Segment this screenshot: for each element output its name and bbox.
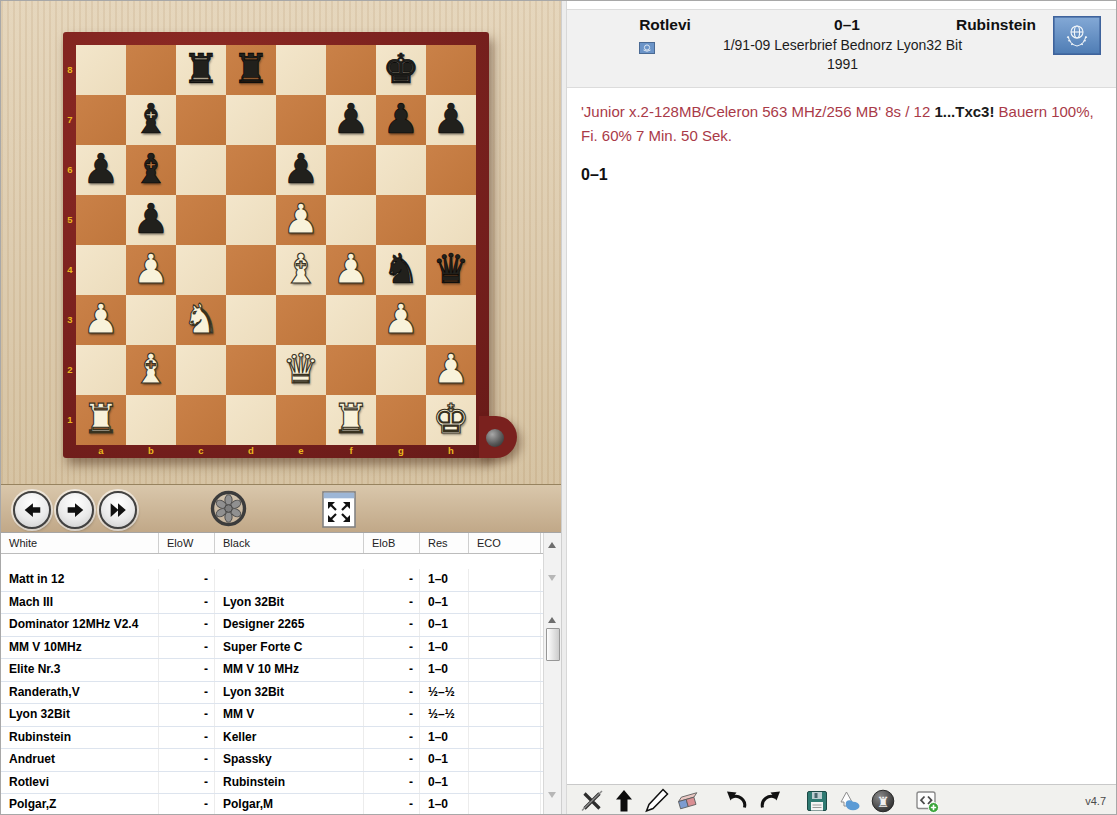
fullscreen-button[interactable] (322, 491, 356, 532)
square-c5[interactable] (176, 195, 226, 245)
scroll-thumb[interactable] (546, 628, 560, 661)
cell-eco (469, 704, 541, 726)
cell-elow: - (159, 637, 215, 659)
cell-eco (469, 727, 541, 749)
square-a3[interactable]: ♟ (76, 295, 126, 345)
cell-white: Elite Nr.3 (1, 659, 159, 681)
notation-text: 'Junior x.2-128MB/Celeron 563 MHz/256 MB… (567, 89, 1117, 784)
table-row[interactable]: MM V 10MHz-Super Forte C-1–0 (1, 637, 544, 660)
square-d2[interactable] (226, 345, 276, 395)
cell-black: Spassky (215, 749, 364, 771)
scroll-up-icon[interactable] (548, 542, 556, 548)
rank-label-3: 3 (65, 295, 75, 345)
square-d3[interactable] (226, 295, 276, 345)
games-list-body: WhiteEloWBlackEloBResECOMatt in 12--1–0M… (1, 533, 544, 815)
piece-black-rook[interactable]: ♜ (176, 45, 226, 95)
forward-arrow-icon (64, 499, 86, 521)
cell-elob: - (364, 794, 420, 815)
cell-black: Polgar,M (215, 794, 364, 815)
save-icon[interactable] (804, 788, 830, 814)
scroll-bottom-icon[interactable] (548, 792, 556, 798)
table-row[interactable]: Polgar,Z-Polgar,M-1–0 (1, 794, 544, 815)
square-f8[interactable] (326, 45, 376, 95)
embed-publish-icon[interactable] (914, 788, 940, 814)
table-row[interactable]: Dominator 12MHz V2.4-Designer 2265-0–1 (1, 614, 544, 637)
cell-eco (469, 682, 541, 704)
white-player-flag-icon (639, 40, 655, 58)
cell-elow: - (159, 749, 215, 771)
square-h1[interactable]: ♚ (426, 395, 476, 445)
fast-forward-icon (107, 499, 129, 521)
cell-res: 0–1 (420, 592, 469, 614)
cell-eco (469, 772, 541, 794)
column-header-eco[interactable]: ECO (469, 533, 541, 553)
square-h4[interactable]: ♛ (426, 245, 476, 295)
table-row[interactable]: Andruet-Spassky-0–1 (1, 749, 544, 772)
square-a4[interactable] (76, 245, 126, 295)
table-row[interactable]: Rubinstein-Keller-1–0 (1, 727, 544, 750)
piece-white-rook[interactable]: ♜ (326, 395, 376, 445)
rank-label-2: 2 (65, 345, 75, 395)
piece-white-knight[interactable]: ♞ (176, 295, 226, 345)
version-label: v4.7 (1085, 795, 1117, 807)
chess-app-window: ♜♜♚♝♟♟♟♟♝♟♟♟♟♝♟♞♛♟♞♟♝♛♟♜♜♚ 87654321 abcd… (0, 0, 1117, 815)
cell-res: 1–0 (420, 569, 469, 591)
file-label-h: h (426, 444, 476, 457)
square-a1[interactable]: ♜ (76, 395, 126, 445)
games-list-header: WhiteEloWBlackEloBResECO (1, 533, 544, 554)
cell-elow: - (159, 614, 215, 636)
piece-white-pawn[interactable]: ♟ (76, 295, 126, 345)
square-e2[interactable]: ♛ (276, 345, 326, 395)
piece-black-bishop[interactable]: ♝ (126, 95, 176, 145)
cell-eco (469, 749, 541, 771)
cell-white: Dominator 12MHz V2.4 (1, 614, 159, 636)
promote-variation-icon[interactable] (611, 788, 637, 814)
file-label-f: f (326, 444, 376, 457)
game-header-row1: Rotlevi 0–1 Rubinstein (567, 10, 1117, 34)
engine-button[interactable] (210, 490, 247, 531)
piece-black-pawn[interactable]: ♟ (376, 95, 426, 145)
piece-black-pawn[interactable]: ♟ (76, 145, 126, 195)
square-h3[interactable] (426, 295, 476, 345)
square-d4[interactable] (226, 245, 276, 295)
svg-text:♜: ♜ (877, 793, 890, 809)
cell-res: 1–0 (420, 659, 469, 681)
square-d7[interactable] (226, 95, 276, 145)
annotate-pen-icon[interactable] (643, 788, 669, 814)
table-row[interactable]: Rotlevi-Rubinstein-0–1 (1, 772, 544, 795)
cell-res: ½–½ (420, 682, 469, 704)
rank-label-6: 6 (65, 145, 75, 195)
notation-pane: Rotlevi 0–1 Rubinstein 1/91-09 Leserbrie… (567, 1, 1117, 815)
cell-black: Rubinstein (215, 772, 364, 794)
square-f1[interactable]: ♜ (326, 395, 376, 445)
square-b1[interactable] (126, 395, 176, 445)
cell-black: Lyon 32Bit (215, 682, 364, 704)
square-a8[interactable] (76, 45, 126, 95)
file-label-b: b (126, 444, 176, 457)
piece-white-bishop[interactable]: ♝ (126, 345, 176, 395)
cell-res: 0–1 (420, 772, 469, 794)
piece-black-queen[interactable]: ♛ (426, 245, 476, 295)
file-label-a: a (76, 444, 126, 457)
piece-black-pawn[interactable]: ♟ (426, 95, 476, 145)
cell-res: 0–1 (420, 749, 469, 771)
cell-elow: - (159, 727, 215, 749)
piece-white-pawn[interactable]: ♟ (126, 245, 176, 295)
square-e1[interactable] (276, 395, 326, 445)
table-row[interactable]: Lyon 32Bit-MM V-½–½ (1, 704, 544, 727)
cell-eco (469, 569, 541, 591)
table-row[interactable]: Randerath,V-Lyon 32Bit-½–½ (1, 682, 544, 705)
engine-fan-icon (210, 490, 247, 527)
year-line: 1991 (567, 56, 1117, 72)
square-g1[interactable] (376, 395, 426, 445)
rank-label-1: 1 (65, 395, 75, 445)
file-label-c: c (176, 444, 226, 457)
square-h7[interactable]: ♟ (426, 95, 476, 145)
cell-white: Randerath,V (1, 682, 159, 704)
cell-white: MM V 10MHz (1, 637, 159, 659)
cell-res: 1–0 (420, 727, 469, 749)
board-knob (486, 429, 504, 447)
file-label-g: g (376, 444, 426, 457)
piece-white-rook[interactable]: ♜ (76, 395, 126, 445)
square-g5[interactable] (376, 195, 426, 245)
cell-black: Lyon 32Bit (215, 592, 364, 614)
square-b5[interactable]: ♟ (126, 195, 176, 245)
square-d5[interactable] (226, 195, 276, 245)
cell-res: 1–0 (420, 637, 469, 659)
cell-elow: - (159, 794, 215, 815)
file-label-e: e (276, 444, 326, 457)
square-f7[interactable]: ♟ (326, 95, 376, 145)
square-f4[interactable]: ♟ (326, 245, 376, 295)
square-b6[interactable]: ♝ (126, 145, 176, 195)
fast-forward-button[interactable] (99, 491, 137, 529)
cell-black (215, 569, 364, 591)
square-c1[interactable] (176, 395, 226, 445)
square-e8[interactable] (276, 45, 326, 95)
cell-elob: - (364, 772, 420, 794)
eraser-icon[interactable] (675, 788, 701, 814)
column-header-black[interactable]: Black (215, 533, 364, 553)
square-b7[interactable]: ♝ (126, 95, 176, 145)
square-a6[interactable]: ♟ (76, 145, 126, 195)
annotation-toolbar: ♜ v4.7 (567, 784, 1117, 815)
piece-black-king[interactable]: ♚ (376, 45, 426, 95)
piece-white-pawn[interactable]: ♟ (376, 295, 426, 345)
column-header-res[interactable]: Res (420, 533, 469, 553)
games-list: WhiteEloWBlackEloBResECOMatt in 12--1–0M… (1, 532, 561, 815)
square-g4[interactable]: ♞ (376, 245, 426, 295)
piece-white-pawn[interactable]: ♟ (326, 245, 376, 295)
scroll-down-icon[interactable] (548, 575, 556, 581)
board-nav-bar (1, 484, 561, 533)
square-b4[interactable]: ♟ (126, 245, 176, 295)
square-h5[interactable] (426, 195, 476, 245)
rank-label-5: 5 (65, 195, 75, 245)
cell-elow: - (159, 772, 215, 794)
column-header-elob[interactable]: EloB (364, 533, 420, 553)
scroll-up2-icon[interactable] (548, 617, 556, 623)
games-list-spacer (1, 554, 544, 569)
cell-res: ½–½ (420, 704, 469, 726)
square-g2[interactable] (376, 345, 426, 395)
cell-elob: - (364, 659, 420, 681)
square-g7[interactable]: ♟ (376, 95, 426, 145)
square-c7[interactable] (176, 95, 226, 145)
piece-white-queen[interactable]: ♛ (276, 345, 326, 395)
chess-board: ♜♜♚♝♟♟♟♟♝♟♟♟♟♝♟♞♛♟♞♟♝♛♟♜♜♚ 87654321 abcd… (63, 32, 489, 458)
cell-res: 1–0 (420, 794, 469, 815)
square-d6[interactable] (226, 145, 276, 195)
cell-elob: - (364, 682, 420, 704)
square-e6[interactable]: ♟ (276, 145, 326, 195)
square-f3[interactable] (326, 295, 376, 345)
square-d1[interactable] (226, 395, 276, 445)
square-g6[interactable] (376, 145, 426, 195)
square-h8[interactable] (426, 45, 476, 95)
cell-eco (469, 659, 541, 681)
square-c6[interactable] (176, 145, 226, 195)
redo-icon[interactable] (757, 788, 783, 814)
black-player-name: Rubinstein (931, 16, 1061, 34)
piece-white-pawn[interactable]: ♟ (276, 195, 326, 245)
square-a7[interactable] (76, 95, 126, 145)
cell-elow: - (159, 682, 215, 704)
square-e7[interactable] (276, 95, 326, 145)
game-result: 0–1 (763, 16, 931, 34)
engine-database-icon[interactable]: ♜ (870, 788, 896, 814)
cell-elob: - (364, 749, 420, 771)
square-g8[interactable]: ♚ (376, 45, 426, 95)
cell-elob: - (364, 704, 420, 726)
square-e4[interactable]: ♝ (276, 245, 326, 295)
back-button[interactable] (13, 491, 51, 529)
piece-white-bishop[interactable]: ♝ (276, 245, 326, 295)
engine-comment: 'Junior x.2-128MB/Celeron 563 MHz/256 MB… (581, 103, 934, 120)
cell-black: Designer 2265 (215, 614, 364, 636)
cell-white: Rotlevi (1, 772, 159, 794)
square-f6[interactable] (326, 145, 376, 195)
cell-res: 0–1 (420, 614, 469, 636)
rank-label-7: 7 (65, 95, 75, 145)
square-c4[interactable] (176, 245, 226, 295)
cell-black: MM V (215, 704, 364, 726)
square-h2[interactable]: ♟ (426, 345, 476, 395)
cell-eco (469, 592, 541, 614)
forward-button[interactable] (56, 491, 94, 529)
square-h6[interactable] (426, 145, 476, 195)
cell-elow: - (159, 659, 215, 681)
square-f2[interactable] (326, 345, 376, 395)
fullscreen-icon (322, 491, 356, 528)
board-area: ♜♜♚♝♟♟♟♟♝♟♟♟♟♝♟♞♛♟♞♟♝♛♟♜♜♚ 87654321 abcd… (1, 1, 561, 484)
piece-black-pawn[interactable]: ♟ (276, 145, 326, 195)
cell-elow: - (159, 704, 215, 726)
column-header-white[interactable]: White (1, 533, 159, 553)
cell-white: Matt in 12 (1, 569, 159, 591)
cell-white: Rubinstein (1, 727, 159, 749)
cloud-save-icon[interactable] (836, 788, 862, 814)
cell-black: MM V 10 MHz (215, 659, 364, 681)
games-list-scrollbar (543, 533, 561, 815)
square-e3[interactable] (276, 295, 326, 345)
strike-moves-icon[interactable] (579, 788, 605, 814)
cell-black: Keller (215, 727, 364, 749)
board-squares: ♜♜♚♝♟♟♟♟♝♟♟♟♟♝♟♞♛♟♞♟♝♛♟♜♜♚ (76, 45, 476, 445)
cell-elob: - (364, 637, 420, 659)
back-arrow-icon (21, 499, 43, 521)
piece-white-pawn[interactable]: ♟ (426, 345, 476, 395)
square-b3[interactable] (126, 295, 176, 345)
square-a2[interactable] (76, 345, 126, 395)
square-d8[interactable]: ♜ (226, 45, 276, 95)
annotation-paragraph: 'Junior x.2-128MB/Celeron 563 MHz/256 MB… (581, 100, 1104, 148)
piece-black-pawn[interactable]: ♟ (126, 195, 176, 245)
white-player-name: Rotlevi (567, 16, 763, 34)
cell-elow: - (159, 569, 215, 591)
piece-white-king[interactable]: ♚ (426, 395, 476, 445)
cell-elob: - (364, 727, 420, 749)
cell-white: Mach III (1, 592, 159, 614)
square-b8[interactable] (126, 45, 176, 95)
cell-eco (469, 614, 541, 636)
piece-black-knight[interactable]: ♞ (376, 245, 426, 295)
file-label-d: d (226, 444, 276, 457)
cell-elow: - (159, 592, 215, 614)
table-row[interactable]: Elite Nr.3-MM V 10 MHz-1–0 (1, 659, 544, 682)
event-flag-icon (1053, 16, 1101, 59)
cell-white: Lyon 32Bit (1, 704, 159, 726)
table-row[interactable]: Mach III-Lyon 32Bit-0–1 (1, 592, 544, 615)
square-a5[interactable] (76, 195, 126, 245)
cell-elob: - (364, 592, 420, 614)
undo-icon[interactable] (724, 788, 750, 814)
square-c8[interactable]: ♜ (176, 45, 226, 95)
left-pane: ♜♜♚♝♟♟♟♟♝♟♟♟♟♝♟♞♛♟♞♟♝♛♟♜♜♚ 87654321 abcd… (1, 1, 561, 815)
piece-black-pawn[interactable]: ♟ (326, 95, 376, 145)
piece-black-bishop[interactable]: ♝ (126, 145, 176, 195)
square-e5[interactable]: ♟ (276, 195, 326, 245)
rank-label-4: 4 (65, 245, 75, 295)
column-header-elow[interactable]: EloW (159, 533, 215, 553)
cell-elob: - (364, 614, 420, 636)
game-header: Rotlevi 0–1 Rubinstein 1/91-09 Leserbrie… (567, 9, 1117, 88)
square-c2[interactable] (176, 345, 226, 395)
cell-black: Super Forte C (215, 637, 364, 659)
rank-label-8: 8 (65, 45, 75, 95)
piece-black-rook[interactable]: ♜ (226, 45, 276, 95)
table-row[interactable]: Matt in 12--1–0 (1, 569, 544, 592)
square-b2[interactable]: ♝ (126, 345, 176, 395)
move-text[interactable]: 1...Txc3! (934, 103, 994, 120)
square-f5[interactable] (326, 195, 376, 245)
cell-white: Polgar,Z (1, 794, 159, 815)
cell-eco (469, 794, 541, 815)
square-g3[interactable]: ♟ (376, 295, 426, 345)
cell-white: Andruet (1, 749, 159, 771)
result-text: 0–1 (581, 163, 1104, 187)
square-c3[interactable]: ♞ (176, 295, 226, 345)
cell-eco (469, 637, 541, 659)
cell-elob: - (364, 569, 420, 591)
